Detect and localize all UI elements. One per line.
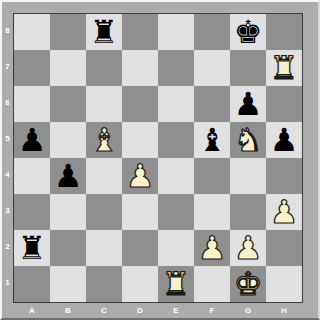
square-e3[interactable] [158,194,194,230]
square-g8[interactable]: ♚ [230,14,266,50]
black-rook[interactable]: ♜ [18,230,47,266]
file-label-e: E [158,304,194,318]
black-pawn[interactable]: ♟ [54,158,83,194]
chess-diagram-frame: ♜♚♜♟♟♝♝♞♟♟♟♟♜♟♟♜♚ 87654321 ABCDEFGH [0,0,320,320]
square-h7[interactable]: ♜ [266,50,302,86]
rank-label-6: 6 [2,85,13,121]
square-c1[interactable] [86,266,122,302]
black-bishop[interactable]: ♝ [198,122,227,158]
black-pawn[interactable]: ♟ [234,86,263,122]
file-label-h: H [266,304,302,318]
file-label-c: C [86,304,122,318]
square-g3[interactable] [230,194,266,230]
square-c4[interactable] [86,158,122,194]
square-d6[interactable] [122,86,158,122]
square-h8[interactable] [266,14,302,50]
black-king[interactable]: ♚ [234,14,263,50]
square-f8[interactable] [194,14,230,50]
square-a6[interactable] [14,86,50,122]
square-g1[interactable]: ♚ [230,266,266,302]
white-knight[interactable]: ♞ [234,122,263,158]
square-f1[interactable] [194,266,230,302]
square-b7[interactable] [50,50,86,86]
rank-label-8: 8 [2,13,13,49]
square-b8[interactable] [50,14,86,50]
square-c5[interactable]: ♝ [86,122,122,158]
file-label-g: G [230,304,266,318]
square-d3[interactable] [122,194,158,230]
square-a8[interactable] [14,14,50,50]
square-f6[interactable] [194,86,230,122]
square-d5[interactable] [122,122,158,158]
white-rook[interactable]: ♜ [162,266,191,302]
square-a3[interactable] [14,194,50,230]
rank-label-4: 4 [2,157,13,193]
square-b6[interactable] [50,86,86,122]
white-pawn[interactable]: ♟ [198,230,227,266]
square-e5[interactable] [158,122,194,158]
square-a2[interactable]: ♜ [14,230,50,266]
square-b1[interactable] [50,266,86,302]
white-pawn[interactable]: ♟ [234,230,263,266]
square-d7[interactable] [122,50,158,86]
square-b5[interactable] [50,122,86,158]
white-pawn[interactable]: ♟ [126,158,155,194]
chess-board: ♜♚♜♟♟♝♝♞♟♟♟♟♜♟♟♜♚ [13,13,303,303]
rank-label-7: 7 [2,49,13,85]
square-b3[interactable] [50,194,86,230]
square-a4[interactable] [14,158,50,194]
square-h1[interactable] [266,266,302,302]
square-g5[interactable]: ♞ [230,122,266,158]
square-d4[interactable]: ♟ [122,158,158,194]
square-g6[interactable]: ♟ [230,86,266,122]
square-e8[interactable] [158,14,194,50]
square-b4[interactable]: ♟ [50,158,86,194]
square-a1[interactable] [14,266,50,302]
rank-label-5: 5 [2,121,13,157]
square-f7[interactable] [194,50,230,86]
white-rook[interactable]: ♜ [270,50,299,86]
square-b2[interactable] [50,230,86,266]
square-h4[interactable] [266,158,302,194]
square-c8[interactable]: ♜ [86,14,122,50]
square-e7[interactable] [158,50,194,86]
square-e1[interactable]: ♜ [158,266,194,302]
square-c7[interactable] [86,50,122,86]
square-g7[interactable] [230,50,266,86]
square-d2[interactable] [122,230,158,266]
square-h6[interactable] [266,86,302,122]
square-g4[interactable] [230,158,266,194]
square-h2[interactable] [266,230,302,266]
square-g2[interactable]: ♟ [230,230,266,266]
square-d8[interactable] [122,14,158,50]
rank-label-1: 1 [2,265,13,301]
square-d1[interactable] [122,266,158,302]
black-pawn[interactable]: ♟ [270,122,299,158]
square-f4[interactable] [194,158,230,194]
file-label-f: F [194,304,230,318]
file-label-a: A [14,304,50,318]
square-c2[interactable] [86,230,122,266]
black-rook[interactable]: ♜ [90,14,119,50]
square-h5[interactable]: ♟ [266,122,302,158]
white-king[interactable]: ♚ [234,266,263,302]
square-e4[interactable] [158,158,194,194]
rank-label-2: 2 [2,229,13,265]
square-e2[interactable] [158,230,194,266]
square-f3[interactable] [194,194,230,230]
square-c6[interactable] [86,86,122,122]
square-a7[interactable] [14,50,50,86]
file-label-d: D [122,304,158,318]
white-bishop[interactable]: ♝ [90,122,119,158]
square-e6[interactable] [158,86,194,122]
square-h3[interactable]: ♟ [266,194,302,230]
square-c3[interactable] [86,194,122,230]
white-pawn[interactable]: ♟ [270,194,299,230]
rank-label-3: 3 [2,193,13,229]
black-pawn[interactable]: ♟ [18,122,47,158]
square-a5[interactable]: ♟ [14,122,50,158]
square-f5[interactable]: ♝ [194,122,230,158]
file-label-b: B [50,304,86,318]
square-f2[interactable]: ♟ [194,230,230,266]
